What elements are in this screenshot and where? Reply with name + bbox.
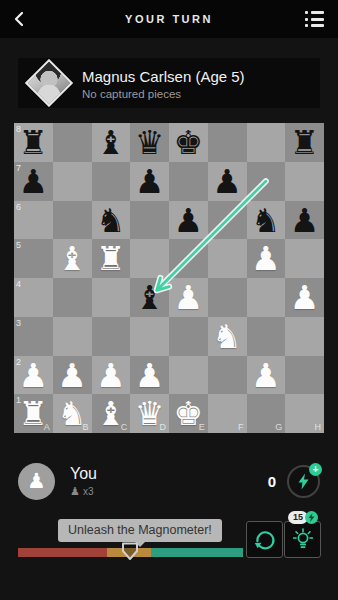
board-square-f7[interactable]: ♟: [208, 162, 247, 201]
undo-arrow-icon: [252, 527, 278, 553]
hint-count-badge: 15: [288, 511, 318, 524]
white-pawn: ♟: [53, 356, 92, 395]
board-square-a2[interactable]: 2♟: [14, 356, 53, 395]
board-square-e1[interactable]: E♚: [169, 394, 208, 433]
chess-board: 8♜♝♛♚♜7♟♟♟6♞♟♞♟5♝♜♟4♝♟♟3♞2♟♟♟♟♟1A♜B♞C♝D♛…: [14, 123, 324, 433]
board-square-a1[interactable]: 1A♜: [14, 394, 53, 433]
captured-pawn-icon: ♟: [70, 486, 80, 497]
white-king: ♚: [169, 394, 208, 433]
app-screen: YOUR TURN Magnus Carlsen (Age 5) No capt…: [0, 0, 338, 600]
board-square-d7[interactable]: ♟: [130, 162, 169, 201]
energy-button[interactable]: +: [287, 465, 320, 498]
magnometer-tooltip: Unleash the Magnometer!: [58, 519, 222, 542]
board-square-g2[interactable]: ♟: [247, 356, 286, 395]
rank-label: 6: [16, 202, 21, 212]
board-square-f8[interactable]: [208, 123, 247, 162]
board-square-d3[interactable]: [130, 317, 169, 356]
board-square-c3[interactable]: [92, 317, 131, 356]
board-square-c8[interactable]: ♝: [92, 123, 131, 162]
board-square-a3[interactable]: 3: [14, 317, 53, 356]
lightning-bolt-icon: [296, 473, 311, 490]
hint-button[interactable]: [284, 521, 321, 558]
black-pawn: ♟: [169, 201, 208, 240]
board-square-b2[interactable]: ♟: [53, 356, 92, 395]
board-square-c7[interactable]: [92, 162, 131, 201]
undo-button[interactable]: [246, 521, 283, 558]
board-square-c4[interactable]: [92, 278, 131, 317]
black-bishop: ♝: [130, 278, 169, 317]
board-square-a7[interactable]: 7♟: [14, 162, 53, 201]
board-square-d6[interactable]: [130, 201, 169, 240]
black-knight: ♞: [92, 201, 131, 240]
board-square-f3[interactable]: ♞: [208, 317, 247, 356]
black-pawn: ♟: [208, 162, 247, 201]
board-square-b1[interactable]: B♞: [53, 394, 92, 433]
rank-label: 4: [16, 279, 21, 289]
black-rook: ♜: [285, 123, 324, 162]
opponent-avatar: [25, 59, 73, 107]
board-square-b7[interactable]: [53, 162, 92, 201]
energy-count: 0: [268, 473, 276, 490]
white-bishop: ♝: [53, 239, 92, 278]
board-square-d4[interactable]: ♝: [130, 278, 169, 317]
board-square-d2[interactable]: ♟: [130, 356, 169, 395]
board-square-e8[interactable]: ♚: [169, 123, 208, 162]
black-king: ♚: [169, 123, 208, 162]
board-square-b5[interactable]: ♝: [53, 239, 92, 278]
board-square-a4[interactable]: 4: [14, 278, 53, 317]
rank-label: 5: [16, 240, 21, 250]
board-square-e6[interactable]: ♟: [169, 201, 208, 240]
bolt-badge-icon: [305, 511, 318, 524]
magnometer-segment-1: [107, 548, 151, 557]
board-square-c2[interactable]: ♟: [92, 356, 131, 395]
player-avatar: ♟: [18, 463, 55, 500]
board-square-f5[interactable]: [208, 239, 247, 278]
white-pawn: ♟: [247, 239, 286, 278]
board-square-h5[interactable]: [285, 239, 324, 278]
file-label: F: [238, 422, 244, 432]
opponent-captured-status: No captured pieces: [82, 88, 245, 100]
board-square-h7[interactable]: [285, 162, 324, 201]
board-square-a8[interactable]: 8♜: [14, 123, 53, 162]
board-square-e5[interactable]: [169, 239, 208, 278]
black-bishop: ♝: [92, 123, 131, 162]
board-square-g5[interactable]: ♟: [247, 239, 286, 278]
white-pawn-avatar-icon: ♟: [27, 471, 46, 492]
board-square-c1[interactable]: C♝: [92, 394, 131, 433]
white-pawn: ♟: [130, 356, 169, 395]
board-square-f2[interactable]: [208, 356, 247, 395]
board-square-c5[interactable]: ♜: [92, 239, 131, 278]
white-queen: ♛: [130, 394, 169, 433]
board-square-g6[interactable]: ♞: [247, 201, 286, 240]
board-square-d5[interactable]: [130, 239, 169, 278]
lightbulb-icon: [289, 526, 317, 554]
board-square-h8[interactable]: ♜: [285, 123, 324, 162]
board-square-g8[interactable]: [247, 123, 286, 162]
file-label: H: [315, 422, 322, 432]
board-square-a5[interactable]: 5: [14, 239, 53, 278]
board-square-b8[interactable]: [53, 123, 92, 162]
board-square-h2[interactable]: [285, 356, 324, 395]
file-label: G: [275, 422, 282, 432]
board-square-e2[interactable]: [169, 356, 208, 395]
board-square-h1[interactable]: H: [285, 394, 324, 433]
captured-count: x3: [83, 486, 94, 497]
moves-list-icon[interactable]: [305, 11, 324, 27]
board-square-b4[interactable]: [53, 278, 92, 317]
board-square-g3[interactable]: [247, 317, 286, 356]
white-knight: ♞: [208, 317, 247, 356]
page-title: YOUR TURN: [0, 13, 338, 25]
black-pawn: ♟: [285, 201, 324, 240]
opponent-name: Magnus Carlsen (Age 5): [82, 67, 245, 86]
board-square-h3[interactable]: [285, 317, 324, 356]
board-square-b6[interactable]: [53, 201, 92, 240]
white-bishop: ♝: [92, 394, 131, 433]
board-square-f1[interactable]: F: [208, 394, 247, 433]
black-rook: ♜: [14, 123, 53, 162]
board-square-f4[interactable]: [208, 278, 247, 317]
board-square-e4[interactable]: ♟: [169, 278, 208, 317]
black-pawn: ♟: [130, 162, 169, 201]
board-square-e3[interactable]: [169, 317, 208, 356]
board-square-g7[interactable]: [247, 162, 286, 201]
player-row: ♟ You ♟ x3 0 +: [18, 459, 320, 503]
black-knight: ♞: [247, 201, 286, 240]
board-square-h4[interactable]: ♟: [285, 278, 324, 317]
board-square-d8[interactable]: ♛: [130, 123, 169, 162]
player-name: You: [70, 465, 97, 483]
magnometer-bar: [18, 548, 243, 557]
white-pawn: ♟: [14, 356, 53, 395]
board-square-g4[interactable]: [247, 278, 286, 317]
board-square-a6[interactable]: 6: [14, 201, 53, 240]
board-square-c6[interactable]: ♞: [92, 201, 131, 240]
white-rook: ♜: [14, 394, 53, 433]
white-pawn: ♟: [169, 278, 208, 317]
white-knight: ♞: [53, 394, 92, 433]
rank-label: 3: [16, 318, 21, 328]
white-pawn: ♟: [92, 356, 131, 395]
top-bar: YOUR TURN: [0, 0, 338, 38]
magnometer-segment-0: [18, 548, 107, 557]
white-pawn: ♟: [285, 278, 324, 317]
white-pawn: ♟: [247, 356, 286, 395]
board-square-e7[interactable]: [169, 162, 208, 201]
board-square-b3[interactable]: [53, 317, 92, 356]
opponent-card: Magnus Carlsen (Age 5) No captured piece…: [18, 58, 320, 108]
magnometer-segment-2: [151, 548, 243, 557]
black-queen: ♛: [130, 123, 169, 162]
white-rook: ♜: [92, 239, 131, 278]
board-square-d1[interactable]: D♛: [130, 394, 169, 433]
plus-badge: +: [309, 463, 322, 476]
board-square-g1[interactable]: G: [247, 394, 286, 433]
player-captured-pieces: ♟ x3: [70, 486, 97, 497]
board-square-h6[interactable]: ♟: [285, 201, 324, 240]
board-square-f6[interactable]: [208, 201, 247, 240]
black-pawn: ♟: [14, 162, 53, 201]
